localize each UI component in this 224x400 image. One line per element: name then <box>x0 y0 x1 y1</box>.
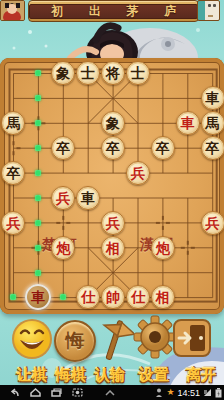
move-hint-dot[interactable] <box>35 195 41 201</box>
move-hint-dot[interactable] <box>35 120 41 126</box>
move-hint-dot[interactable] <box>35 270 41 276</box>
piece-character: 兵 <box>206 216 220 230</box>
move-hint-dot[interactable] <box>35 170 41 176</box>
piece-character: 車 <box>181 116 195 130</box>
label-handicap: 让棋 <box>17 366 47 385</box>
screenshot-icon[interactable] <box>72 388 83 397</box>
piece-character: 炮 <box>156 241 170 255</box>
piece-black-士[interactable]: 士 <box>126 61 150 85</box>
piece-black-象[interactable]: 象 <box>51 61 75 85</box>
background-illustration-top <box>0 18 224 62</box>
piece-red-炮[interactable]: 炮 <box>151 236 175 260</box>
piece-black-卒[interactable]: 卒 <box>51 136 75 160</box>
android-nav-bar: ★ 14:51 <box>0 385 224 400</box>
piece-red-車-selected[interactable]: 車 <box>25 284 51 310</box>
undo-button[interactable]: 悔 <box>54 320 96 362</box>
piece-red-兵[interactable]: 兵 <box>201 211 224 235</box>
move-hint-dot[interactable] <box>35 145 41 151</box>
piece-black-馬[interactable]: 馬 <box>201 111 224 135</box>
wooden-flag-icon <box>94 316 134 364</box>
move-hint-dot[interactable] <box>10 294 16 300</box>
header: 初 出 茅 庐 <box>0 0 224 20</box>
piece-black-将[interactable]: 将 <box>101 61 125 85</box>
clock: 14:51 <box>177 388 200 398</box>
piece-red-相[interactable]: 相 <box>101 236 125 260</box>
exit-button[interactable] <box>172 318 212 362</box>
toolbar-labels: 让棋 悔棋 认输 设置 离开 <box>0 366 224 384</box>
label-undo: 悔棋 <box>56 366 86 385</box>
piece-red-兵[interactable]: 兵 <box>126 161 150 185</box>
recents-icon[interactable] <box>51 388 62 397</box>
piece-red-兵[interactable]: 兵 <box>101 211 125 235</box>
piece-character: 帥 <box>106 290 120 304</box>
piece-black-卒[interactable]: 卒 <box>201 136 224 160</box>
label-settings: 设置 <box>139 366 169 385</box>
piece-character: 士 <box>81 66 95 80</box>
move-hint-dot[interactable] <box>35 95 41 101</box>
piece-character: 炮 <box>56 241 70 255</box>
title-char: 初 <box>51 5 63 17</box>
piece-character: 士 <box>131 66 145 80</box>
emote-button[interactable] <box>11 318 53 364</box>
label-exit: 离开 <box>186 366 216 385</box>
piece-black-象[interactable]: 象 <box>101 111 125 135</box>
piece-character: 象 <box>56 66 70 80</box>
piece-character: 卒 <box>6 166 20 180</box>
piece-character: 相 <box>106 241 120 255</box>
piece-red-兵[interactable]: 兵 <box>1 211 25 235</box>
notification-icon[interactable] <box>155 388 163 397</box>
title-char: 茅 <box>126 5 138 17</box>
piece-character: 兵 <box>6 216 20 230</box>
undo-button-label: 悔 <box>66 328 85 354</box>
piece-red-帥[interactable]: 帥 <box>101 285 125 309</box>
piece-character: 車 <box>31 290 45 304</box>
piece-black-卒[interactable]: 卒 <box>151 136 175 160</box>
toolbar: 悔 <box>0 316 224 368</box>
piece-red-仕[interactable]: 仕 <box>76 285 100 309</box>
star-notification-icon[interactable]: ★ <box>166 388 174 397</box>
piece-character: 卒 <box>106 141 120 155</box>
label-resign: 认输 <box>95 366 125 385</box>
back-icon[interactable] <box>10 388 20 397</box>
piece-character: 卒 <box>206 141 220 155</box>
piece-character: 兵 <box>56 191 70 205</box>
signal-icon <box>203 388 212 397</box>
piece-character: 仕 <box>131 290 145 304</box>
piece-character: 馬 <box>206 116 220 130</box>
piece-red-車[interactable]: 車 <box>176 111 200 135</box>
piece-character: 仕 <box>81 290 95 304</box>
piece-character: 馬 <box>6 116 20 130</box>
title-char: 庐 <box>164 5 176 17</box>
door-exit-icon <box>172 318 212 358</box>
piece-character: 卒 <box>56 141 70 155</box>
piece-red-炮[interactable]: 炮 <box>51 236 75 260</box>
xiangqi-app-screen: 初 出 茅 庐 楚河 漢界 <box>0 0 224 400</box>
piece-character: 車 <box>81 191 95 205</box>
battery-icon <box>215 388 222 398</box>
piece-black-士[interactable]: 士 <box>76 61 100 85</box>
piece-character: 将 <box>106 66 120 80</box>
laughing-emoji-icon <box>11 318 53 360</box>
home-icon[interactable] <box>30 388 41 397</box>
piece-character: 象 <box>106 116 120 130</box>
piece-red-仕[interactable]: 仕 <box>126 285 150 309</box>
chevron-up-icon[interactable] <box>105 390 115 396</box>
piece-character: 兵 <box>131 166 145 180</box>
xiangqi-board[interactable]: 楚河 漢界 象士将士車馬象車馬卒卒卒卒卒兵兵車兵兵兵炮相炮車仕帥仕相 <box>0 58 224 314</box>
piece-black-卒[interactable]: 卒 <box>1 161 25 185</box>
move-hint-dot[interactable] <box>60 294 66 300</box>
piece-character: 車 <box>206 91 220 105</box>
piece-red-兵[interactable]: 兵 <box>51 186 75 210</box>
piece-character: 卒 <box>156 141 170 155</box>
title-char: 出 <box>89 5 101 17</box>
piece-black-車[interactable]: 車 <box>201 86 224 110</box>
board-grid: 象士将士車馬象車馬卒卒卒卒卒兵兵車兵兵兵炮相炮車仕帥仕相 <box>1 61 224 310</box>
piece-black-馬[interactable]: 馬 <box>1 111 25 135</box>
move-hint-dot[interactable] <box>35 245 41 251</box>
piece-character: 兵 <box>106 216 120 230</box>
title-banner-panel: 初 出 茅 庐 <box>29 4 198 19</box>
piece-red-相[interactable]: 相 <box>151 285 175 309</box>
status-area: ★ 14:51 <box>155 385 222 400</box>
piece-black-卒[interactable]: 卒 <box>101 136 125 160</box>
piece-black-車[interactable]: 車 <box>76 186 100 210</box>
resign-button[interactable] <box>94 316 134 368</box>
move-hint-dot[interactable] <box>35 220 41 226</box>
move-hint-dot[interactable] <box>35 70 41 76</box>
piece-character: 相 <box>156 290 170 304</box>
